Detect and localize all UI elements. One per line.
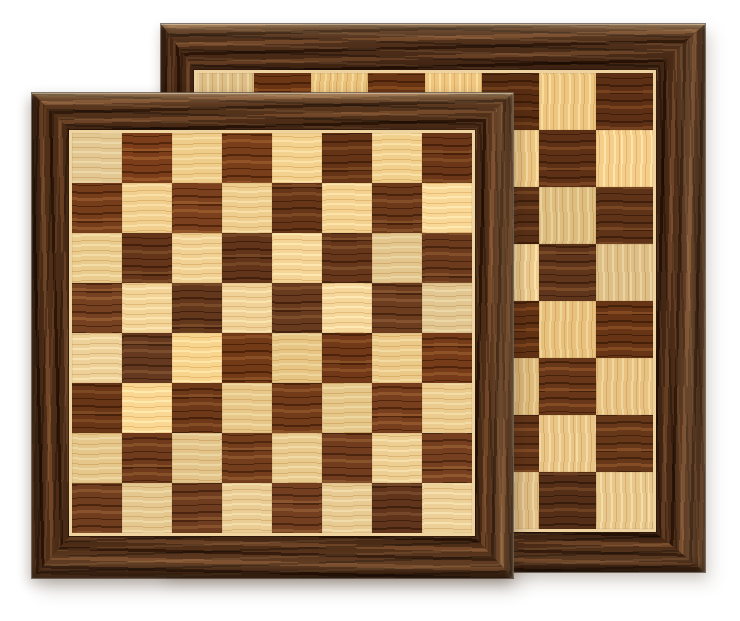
- front-square-b4: [122, 333, 172, 383]
- front-square-f5: [322, 283, 372, 333]
- front-square-f1: [322, 483, 372, 533]
- front-square-a4: [72, 333, 122, 383]
- front-square-d3: [222, 383, 272, 433]
- front-square-e7: [272, 183, 322, 233]
- front-square-a5: [72, 283, 122, 333]
- front-maple-fillet-inlay: [69, 130, 475, 536]
- front-square-h1: [422, 483, 472, 533]
- front-square-h3: [422, 383, 472, 433]
- front-square-h8: [422, 133, 472, 183]
- back-square-h5: [596, 244, 653, 301]
- back-square-g8: [539, 73, 596, 130]
- front-square-c8: [172, 133, 222, 183]
- back-square-h3: [596, 358, 653, 415]
- back-square-h2: [596, 415, 653, 472]
- front-square-e3: [272, 383, 322, 433]
- back-square-h7: [596, 130, 653, 187]
- back-square-g1: [539, 472, 596, 529]
- front-square-h2: [422, 433, 472, 483]
- front-square-c5: [172, 283, 222, 333]
- front-square-a7: [72, 183, 122, 233]
- front-square-b1: [122, 483, 172, 533]
- front-square-a2: [72, 433, 122, 483]
- front-square-b3: [122, 383, 172, 433]
- front-square-b2: [122, 433, 172, 483]
- front-square-g3: [372, 383, 422, 433]
- front-square-a6: [72, 233, 122, 283]
- front-square-b7: [122, 183, 172, 233]
- front-square-a8: [72, 133, 122, 183]
- front-square-b5: [122, 283, 172, 333]
- front-square-h5: [422, 283, 472, 333]
- back-square-h8: [596, 73, 653, 130]
- front-square-d2: [222, 433, 272, 483]
- back-square-h6: [596, 187, 653, 244]
- back-square-g3: [539, 358, 596, 415]
- front-square-e6: [272, 233, 322, 283]
- front-square-a1: [72, 483, 122, 533]
- front-square-f7: [322, 183, 372, 233]
- front-square-b8: [122, 133, 172, 183]
- front-square-g5: [372, 283, 422, 333]
- front-square-f6: [322, 233, 372, 283]
- front-square-f3: [322, 383, 372, 433]
- front-square-e4: [272, 333, 322, 383]
- front-square-g1: [372, 483, 422, 533]
- front-square-f4: [322, 333, 372, 383]
- back-square-h4: [596, 301, 653, 358]
- front-square-e5: [272, 283, 322, 333]
- front-square-d7: [222, 183, 272, 233]
- back-square-h1: [596, 472, 653, 529]
- front-square-g8: [372, 133, 422, 183]
- front-square-f2: [322, 433, 372, 483]
- back-frame-rail-top: [161, 24, 705, 71]
- back-frame-rail-right: [655, 24, 705, 572]
- back-square-g6: [539, 187, 596, 244]
- back-square-g2: [539, 415, 596, 472]
- front-square-b6: [122, 233, 172, 283]
- front-square-c3: [172, 383, 222, 433]
- front-square-g6: [372, 233, 422, 283]
- front-frame-rail-left: [32, 93, 70, 578]
- front-square-g7: [372, 183, 422, 233]
- front-square-e1: [272, 483, 322, 533]
- front-frame-rail-top: [32, 93, 513, 131]
- front-square-c4: [172, 333, 222, 383]
- front-square-h4: [422, 333, 472, 383]
- back-square-g5: [539, 244, 596, 301]
- front-square-c6: [172, 233, 222, 283]
- front-square-h7: [422, 183, 472, 233]
- front-square-c1: [172, 483, 222, 533]
- front-board-grid: [72, 133, 472, 533]
- front-frame-rail-bottom: [32, 535, 513, 578]
- front-square-c7: [172, 183, 222, 233]
- front-square-g2: [372, 433, 422, 483]
- front-chess-board: [32, 93, 513, 578]
- front-square-f8: [322, 133, 372, 183]
- product-photo-stage: [0, 0, 740, 621]
- front-square-d4: [222, 333, 272, 383]
- front-square-e8: [272, 133, 322, 183]
- front-square-c2: [172, 433, 222, 483]
- front-square-d5: [222, 283, 272, 333]
- front-square-a3: [72, 383, 122, 433]
- front-square-d1: [222, 483, 272, 533]
- front-square-d6: [222, 233, 272, 283]
- front-square-h6: [422, 233, 472, 283]
- front-square-d8: [222, 133, 272, 183]
- front-square-g4: [372, 333, 422, 383]
- back-square-g7: [539, 130, 596, 187]
- front-square-e2: [272, 433, 322, 483]
- front-frame-rail-right: [474, 93, 513, 578]
- back-square-g4: [539, 301, 596, 358]
